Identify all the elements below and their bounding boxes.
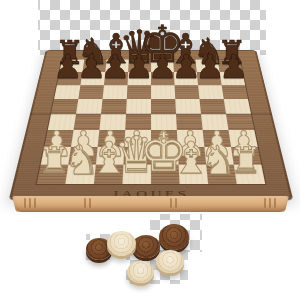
brown-draughts-piece bbox=[132, 235, 160, 258]
brown-draughts-piece bbox=[159, 224, 189, 250]
cream-draughts-piece bbox=[107, 231, 136, 256]
cream-draughts-piece bbox=[127, 261, 154, 283]
cream-draughts-piece bbox=[156, 250, 184, 273]
checkers-pieces bbox=[0, 0, 300, 300]
